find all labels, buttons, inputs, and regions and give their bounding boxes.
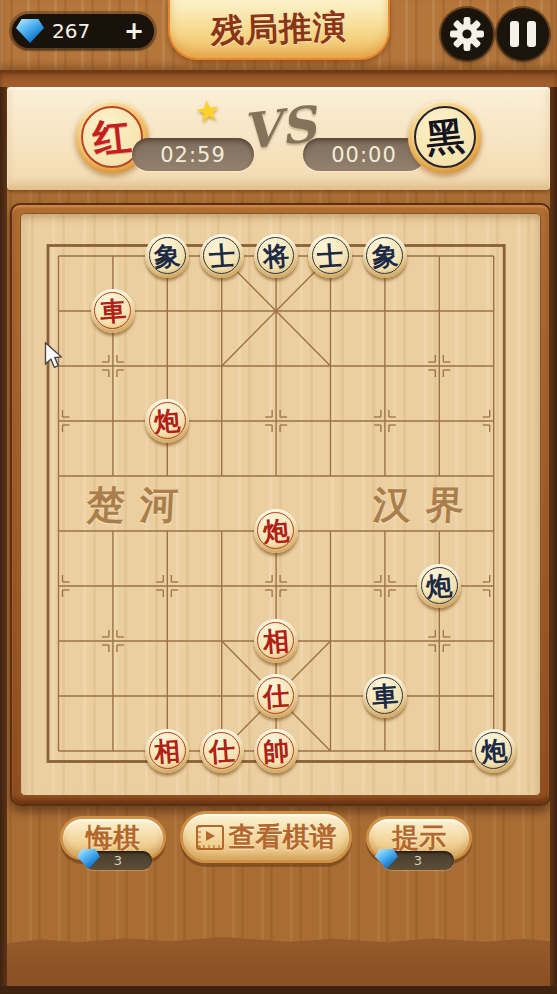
piece-black-士[interactable]: 士 — [308, 234, 352, 278]
right-frame — [550, 87, 557, 994]
piece-red-炮[interactable]: 炮 — [145, 399, 189, 443]
piece-red-仕[interactable]: 仕 — [254, 674, 298, 718]
piece-red-仕[interactable]: 仕 — [200, 729, 244, 773]
page-title: 残局推演 — [210, 4, 347, 54]
view-record-button[interactable]: 查看棋谱 — [180, 811, 352, 863]
players-panel: 红 ★ 02:59 VS 00:00 黑 — [7, 87, 550, 190]
bottom-frame — [0, 986, 557, 994]
piece-red-車[interactable]: 車 — [91, 289, 135, 333]
red-timer: 02:59 — [132, 138, 254, 171]
piece-red-相[interactable]: 相 — [254, 619, 298, 663]
undo-cost-badge: 3 — [84, 851, 152, 870]
record-label: 查看棋谱 — [229, 819, 337, 855]
piece-red-相[interactable]: 相 — [145, 729, 189, 773]
piece-black-象[interactable]: 象 — [363, 234, 407, 278]
left-frame — [0, 87, 7, 994]
diamond-icon — [16, 19, 44, 43]
pause-button[interactable] — [497, 8, 549, 60]
board-surface[interactable]: 楚河 汉界 象士将士象車炮炮炮相仕車相仕帥炮 — [20, 213, 541, 796]
undo-cost: 3 — [114, 853, 122, 868]
mountain-silhouette — [7, 934, 550, 986]
xiangqi-board: 楚河 汉界 象士将士象車炮炮炮相仕車相仕帥炮 — [10, 203, 551, 806]
diamond-icon — [375, 849, 398, 869]
black-timer: 00:00 — [303, 138, 425, 171]
film-icon — [196, 825, 224, 850]
black-player-label: 黑 — [423, 110, 466, 165]
add-diamonds-button[interactable]: + — [124, 19, 144, 43]
piece-black-炮[interactable]: 炮 — [472, 729, 516, 773]
top-divider — [0, 70, 557, 87]
diamond-counter[interactable]: 267 + — [12, 14, 154, 48]
piece-black-将[interactable]: 将 — [254, 234, 298, 278]
red-player-label: 红 — [90, 110, 133, 165]
piece-black-士[interactable]: 士 — [200, 234, 244, 278]
diamond-count: 267 — [52, 19, 90, 43]
top-bar: 267 + 残局推演 — [0, 0, 557, 70]
piece-black-炮[interactable]: 炮 — [417, 564, 461, 608]
piece-red-炮[interactable]: 炮 — [254, 509, 298, 553]
black-player-avatar: 黑 — [408, 100, 482, 174]
piece-grid: 象士将士象車炮炮炮相仕車相仕帥炮 — [31, 228, 521, 778]
piece-red-帥[interactable]: 帥 — [254, 729, 298, 773]
game-screen: 267 + 残局推演 — [0, 0, 557, 994]
diamond-icon — [77, 849, 100, 869]
piece-black-象[interactable]: 象 — [145, 234, 189, 278]
piece-black-車[interactable]: 車 — [363, 674, 407, 718]
hint-cost: 3 — [414, 853, 422, 868]
title-banner: 残局推演 — [168, 0, 390, 60]
pause-icon — [510, 21, 536, 47]
gear-icon — [449, 16, 485, 52]
mouse-cursor — [44, 342, 62, 369]
star-icon: ★ — [193, 95, 223, 127]
hint-cost-badge: 3 — [382, 851, 454, 870]
settings-button[interactable] — [441, 8, 493, 60]
